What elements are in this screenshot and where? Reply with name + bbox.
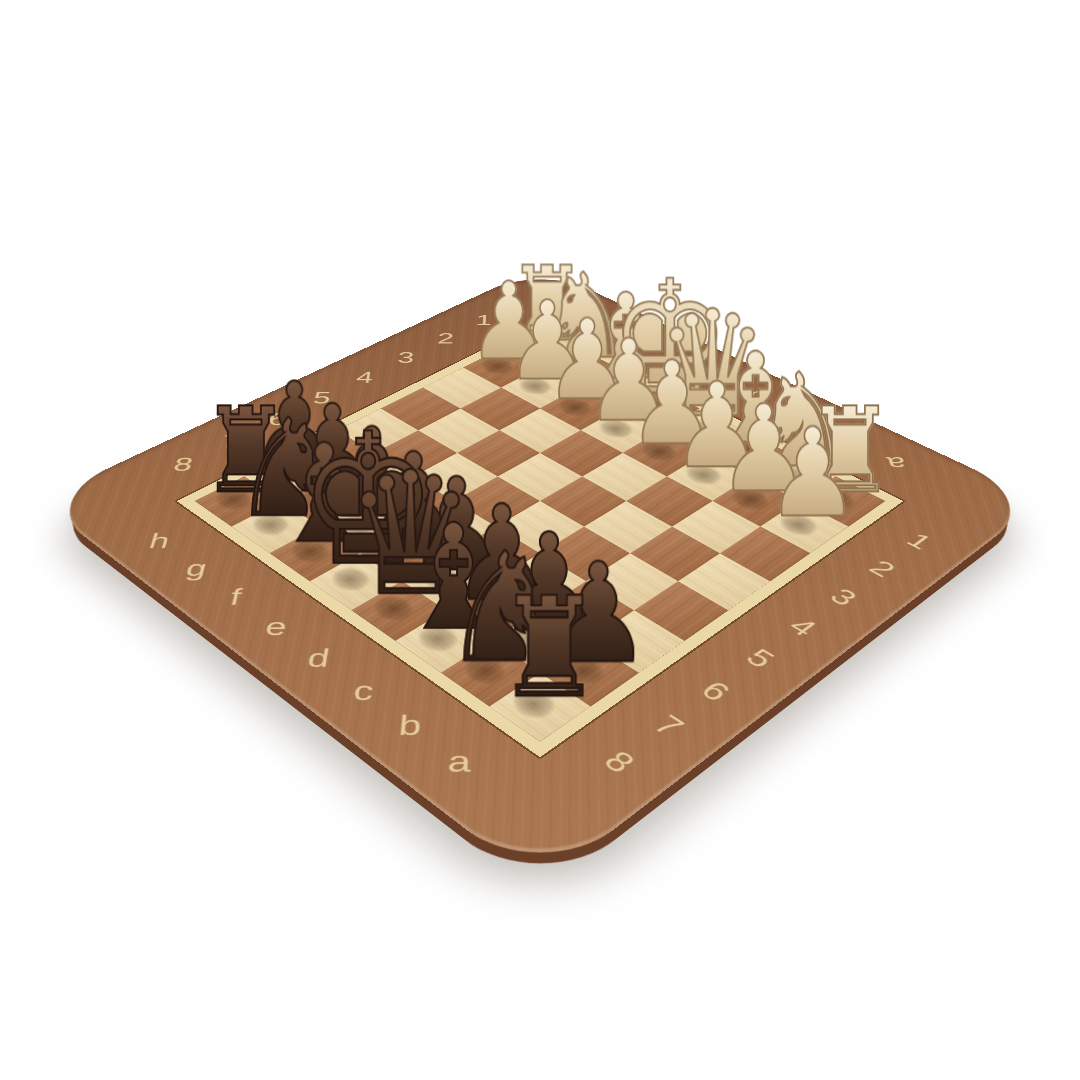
render-stage: hgfedcba hgfedcba 12345678 12345678 ♜♞♝♚… [0, 0, 1080, 1080]
black-rook[interactable]: ♜ [497, 578, 602, 716]
white-pawn[interactable]: ♟ [766, 412, 859, 535]
chess-board: hgfedcba hgfedcba 12345678 12345678 ♜♞♝♚… [38, 267, 1042, 887]
file-label-a: a [419, 721, 498, 804]
square-a3[interactable] [720, 527, 810, 582]
square-a8[interactable]: ♜ [489, 673, 590, 742]
